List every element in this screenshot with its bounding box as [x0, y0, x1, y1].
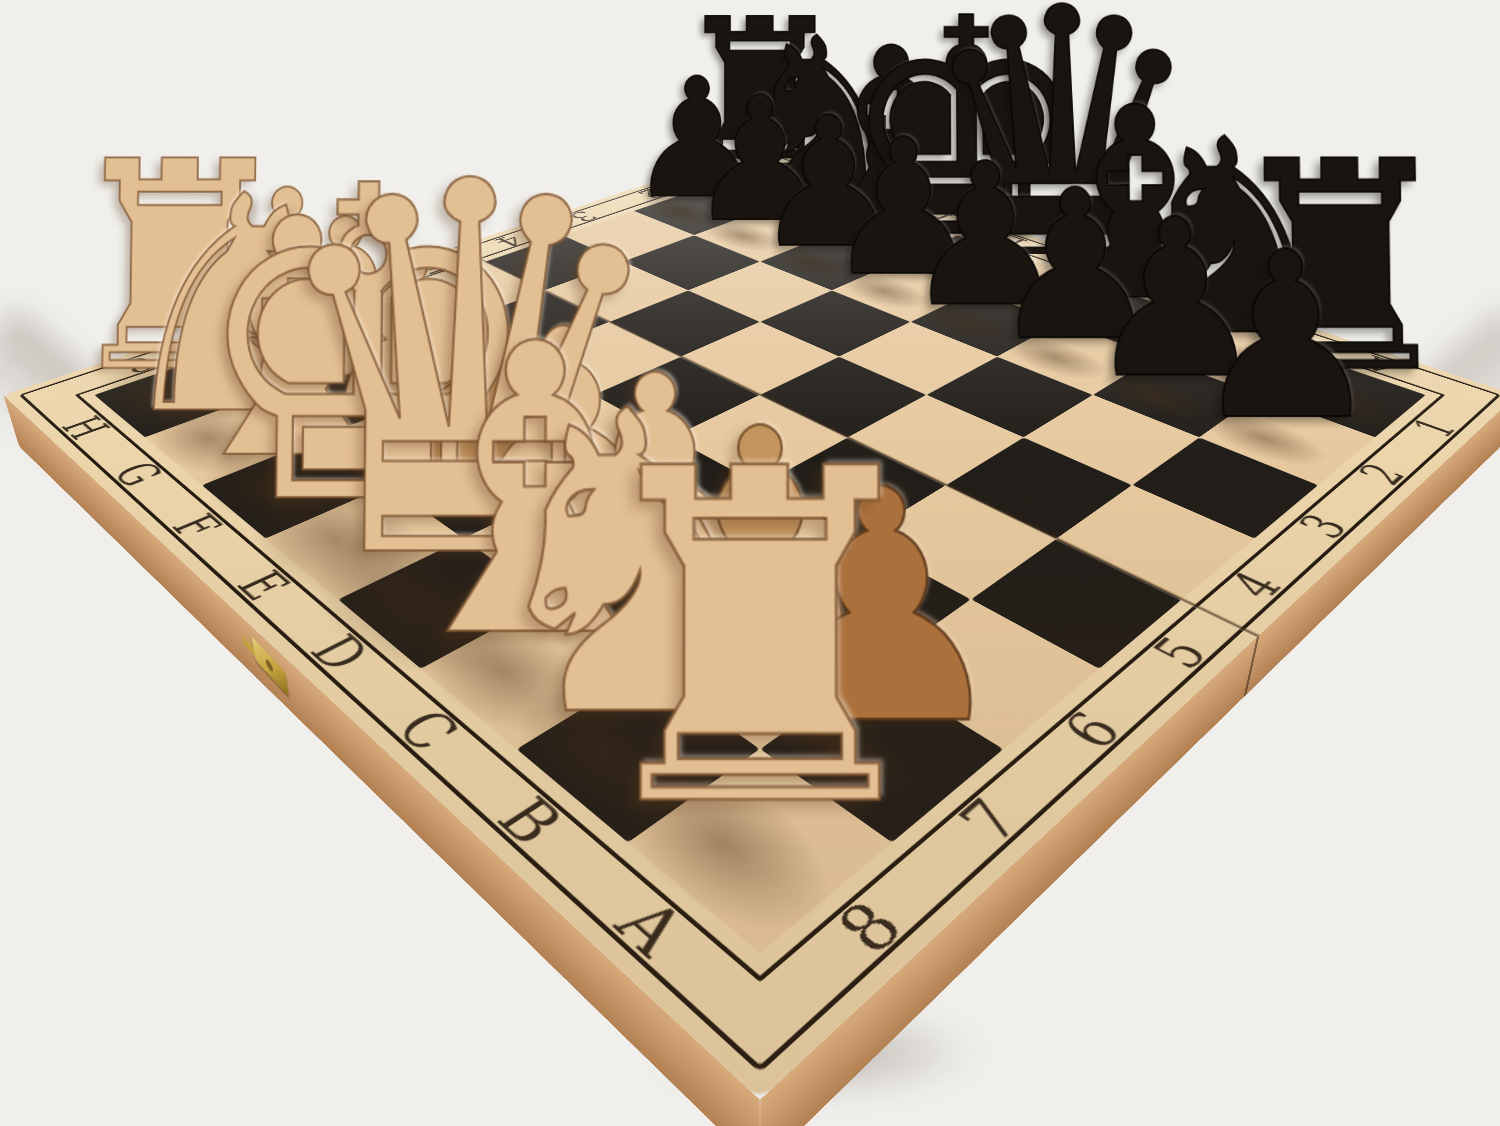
brass-latch — [252, 636, 289, 697]
white-rook-glyph: ♜ — [521, 411, 999, 871]
photo-chess-scene: HGFEDCBAHGFEDCBA1234567812345678♜♞♝♛♚♝♞♜… — [0, 0, 1500, 1126]
black-pawn-glyph: ♟ — [1126, 222, 1446, 452]
chess-board: HGFEDCBAHGFEDCBA1234567812345678♜♞♝♛♚♝♞♜… — [3, 147, 1500, 1100]
perspective-scene: HGFEDCBAHGFEDCBA1234567812345678♜♞♝♛♚♝♞♜… — [0, 0, 1500, 1126]
fold-seam-side — [1244, 634, 1260, 697]
